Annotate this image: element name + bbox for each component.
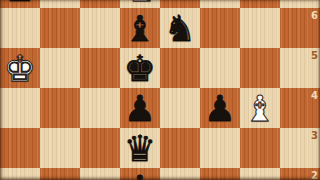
square-c3[interactable] — [80, 128, 120, 168]
square-e2[interactable] — [160, 168, 200, 180]
rank-label-6: 6 — [306, 11, 318, 21]
square-e4[interactable] — [160, 88, 200, 128]
chess-board-viewport: ♜♞♝♞♚♚♟♟♝♛♟65432 — [0, 0, 320, 180]
piece-black-pawn-f4[interactable]: ♟ — [200, 88, 240, 128]
rank-label-2: 2 — [306, 171, 318, 180]
rank-label-4: 4 — [306, 91, 318, 101]
square-b6[interactable] — [40, 8, 80, 48]
square-f3[interactable] — [200, 128, 240, 168]
square-g5[interactable] — [240, 48, 280, 88]
square-a2[interactable] — [0, 168, 40, 180]
rank-label-5: 5 — [306, 51, 318, 61]
square-e3[interactable] — [160, 128, 200, 168]
piece-white-bishop-g4[interactable]: ♝ — [240, 88, 280, 128]
square-c2[interactable] — [80, 168, 120, 180]
square-g3[interactable] — [240, 128, 280, 168]
piece-white-knight-d7[interactable]: ♞ — [120, 0, 160, 8]
square-c5[interactable] — [80, 48, 120, 88]
square-h7[interactable] — [280, 0, 320, 8]
rank-label-3: 3 — [306, 131, 318, 141]
square-c4[interactable] — [80, 88, 120, 128]
piece-black-rook-a7[interactable]: ♜ — [0, 0, 40, 8]
square-e7[interactable] — [160, 0, 200, 8]
chess-board[interactable]: ♜♞♝♞♚♚♟♟♝♛♟65432 — [0, 0, 320, 180]
square-e5[interactable] — [160, 48, 200, 88]
square-g6[interactable] — [240, 8, 280, 48]
square-b4[interactable] — [40, 88, 80, 128]
square-f2[interactable] — [200, 168, 240, 180]
square-a3[interactable] — [0, 128, 40, 168]
piece-black-king-d5[interactable]: ♚ — [120, 48, 160, 88]
square-f7[interactable] — [200, 0, 240, 8]
square-b2[interactable] — [40, 168, 80, 180]
square-f5[interactable] — [200, 48, 240, 88]
piece-black-pawn-d4[interactable]: ♟ — [120, 88, 160, 128]
piece-black-bishop-d6[interactable]: ♝ — [120, 8, 160, 48]
piece-white-king-a5[interactable]: ♚ — [0, 48, 40, 88]
piece-black-pawn-d2[interactable]: ♟ — [120, 168, 160, 180]
square-b7[interactable] — [40, 0, 80, 8]
square-b3[interactable] — [40, 128, 80, 168]
square-g7[interactable] — [240, 0, 280, 8]
square-b5[interactable] — [40, 48, 80, 88]
square-c7[interactable] — [80, 0, 120, 8]
piece-black-queen-d3[interactable]: ♛ — [120, 128, 160, 168]
piece-black-knight-e6[interactable]: ♞ — [160, 8, 200, 48]
square-g2[interactable] — [240, 168, 280, 180]
square-f6[interactable] — [200, 8, 240, 48]
square-c6[interactable] — [80, 8, 120, 48]
square-a4[interactable] — [0, 88, 40, 128]
square-a6[interactable] — [0, 8, 40, 48]
